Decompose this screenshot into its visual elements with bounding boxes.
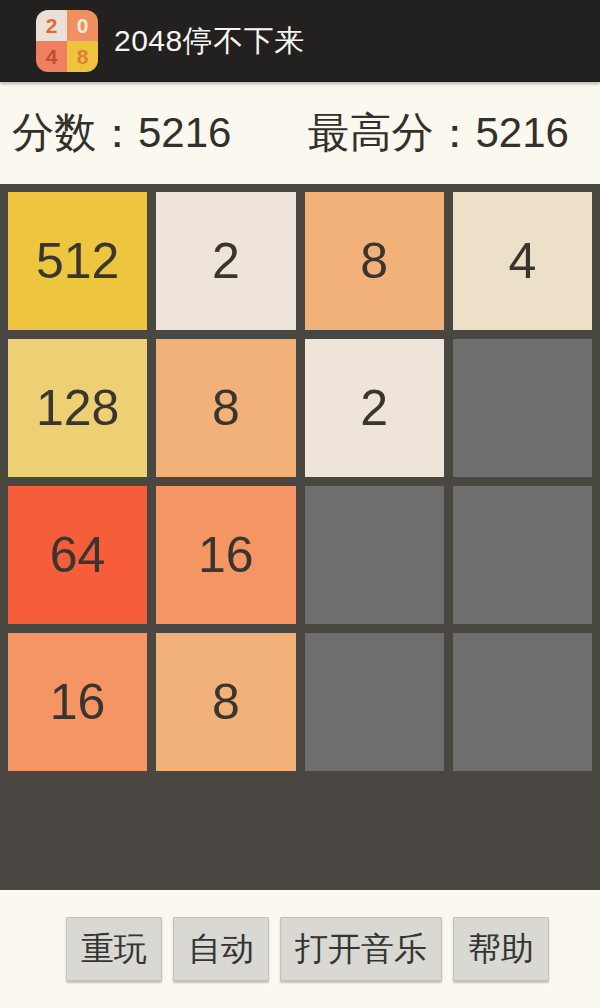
game-board[interactable]: 512284128826416168 <box>0 184 600 890</box>
auto-play-button[interactable]: 自动 <box>173 917 269 981</box>
tile-16: 16 <box>156 486 295 624</box>
empty-cell <box>305 486 444 624</box>
best-score-label: 最高分： <box>307 109 475 156</box>
score-bar: 分数：5216 最高分：5216 <box>0 82 600 184</box>
score-label: 分数： <box>12 109 138 156</box>
tile-2: 2 <box>156 192 295 330</box>
tile-512: 512 <box>8 192 147 330</box>
current-score: 分数：5216 <box>12 105 231 161</box>
app-icon-tile-2: 2 <box>36 10 67 41</box>
best-score-value: 5216 <box>475 109 568 156</box>
tile-64: 64 <box>8 486 147 624</box>
tile-2: 2 <box>305 339 444 477</box>
music-toggle-button[interactable]: 打开音乐 <box>280 917 442 981</box>
app-icon-tile-0: 0 <box>67 10 98 41</box>
tile-16: 16 <box>8 633 147 771</box>
empty-cell <box>453 486 592 624</box>
controls-bar: 重玩 自动 打开音乐 帮助 <box>0 890 600 1008</box>
app-screen: 2 0 4 8 2048停不下来 分数：5216 最高分：5216 512284… <box>0 0 600 1008</box>
best-score: 最高分：5216 <box>307 105 568 161</box>
board-grid: 512284128826416168 <box>8 192 592 771</box>
tile-8: 8 <box>305 192 444 330</box>
app-2048-icon: 2 0 4 8 <box>36 10 98 72</box>
app-icon-tile-8: 8 <box>67 41 98 72</box>
app-icon-tile-4: 4 <box>36 41 67 72</box>
tile-128: 128 <box>8 339 147 477</box>
help-button[interactable]: 帮助 <box>453 917 549 981</box>
empty-cell <box>453 633 592 771</box>
score-value: 5216 <box>138 109 231 156</box>
replay-button[interactable]: 重玩 <box>66 917 162 981</box>
app-title: 2048停不下来 <box>114 21 305 62</box>
tile-4: 4 <box>453 192 592 330</box>
empty-cell <box>453 339 592 477</box>
tile-8: 8 <box>156 339 295 477</box>
tile-8: 8 <box>156 633 295 771</box>
title-bar: 2 0 4 8 2048停不下来 <box>0 0 600 82</box>
empty-cell <box>305 633 444 771</box>
